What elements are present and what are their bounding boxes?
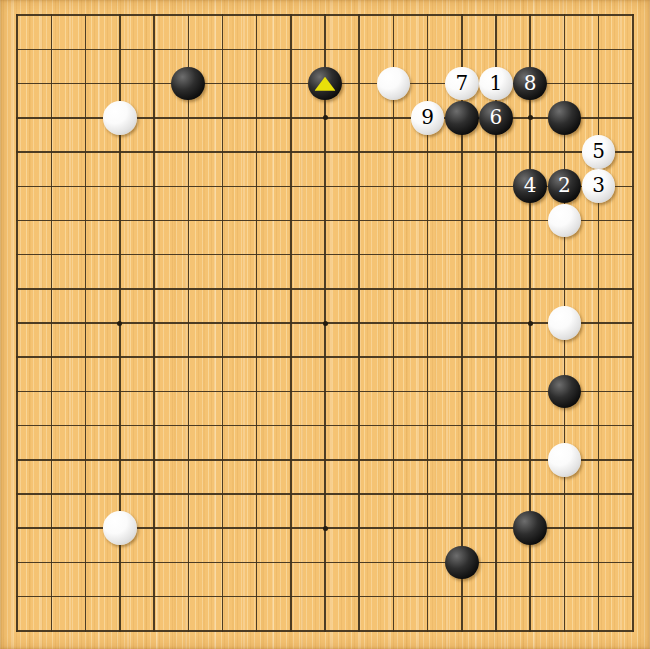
go-stone-black[interactable] [548,375,582,409]
grid-line-horizontal [16,562,634,564]
move-number-label: 2 [558,175,571,195]
go-stone-black[interactable] [308,67,342,101]
go-stone-black[interactable]: 6 [479,101,513,135]
grid-line-vertical [632,14,634,632]
star-point [117,321,122,326]
star-point [528,321,533,326]
go-stone-black[interactable] [171,67,205,101]
move-number-label: 7 [455,73,468,93]
go-stone-black[interactable] [445,101,479,135]
go-stone-white[interactable] [377,67,411,101]
grid-line-horizontal [16,493,634,495]
go-stone-white[interactable] [103,511,137,545]
grid-line-horizontal [16,425,634,427]
go-stone-white[interactable] [548,306,582,340]
grid-line-horizontal [16,459,634,461]
move-number-label: 4 [524,175,537,195]
grid-line-vertical [358,14,360,632]
move-number-label: 3 [592,175,605,195]
go-stone-white[interactable]: 9 [411,101,445,135]
grid-line-horizontal [16,596,634,598]
go-board[interactable]: 718965423 [0,0,650,649]
go-stone-white[interactable]: 7 [445,67,479,101]
go-stone-white[interactable]: 1 [479,67,513,101]
move-number-label: 5 [592,141,605,161]
move-number-label: 8 [524,73,537,93]
go-stone-black[interactable] [548,101,582,135]
grid-line-horizontal [16,391,634,393]
go-stone-black[interactable]: 4 [513,169,547,203]
go-stone-black[interactable] [513,511,547,545]
go-stone-black[interactable]: 8 [513,67,547,101]
star-point [323,321,328,326]
go-stone-white[interactable] [103,101,137,135]
grid-line-horizontal [16,356,634,358]
grid-line-vertical [598,14,600,632]
star-point [323,115,328,120]
move-number-label: 1 [490,73,503,93]
go-stone-black[interactable]: 2 [548,169,582,203]
star-point [323,526,328,531]
go-stone-white[interactable]: 5 [582,135,616,169]
grid-line-vertical [393,14,395,632]
go-stone-white[interactable]: 3 [582,169,616,203]
grid-line-horizontal [16,630,634,632]
move-number-label: 6 [490,107,503,127]
star-point [528,115,533,120]
go-stone-black[interactable] [445,546,479,580]
move-number-label: 9 [421,107,434,127]
triangle-mark-icon [315,77,336,91]
go-stone-white[interactable] [548,443,582,477]
go-stone-white[interactable] [548,204,582,238]
